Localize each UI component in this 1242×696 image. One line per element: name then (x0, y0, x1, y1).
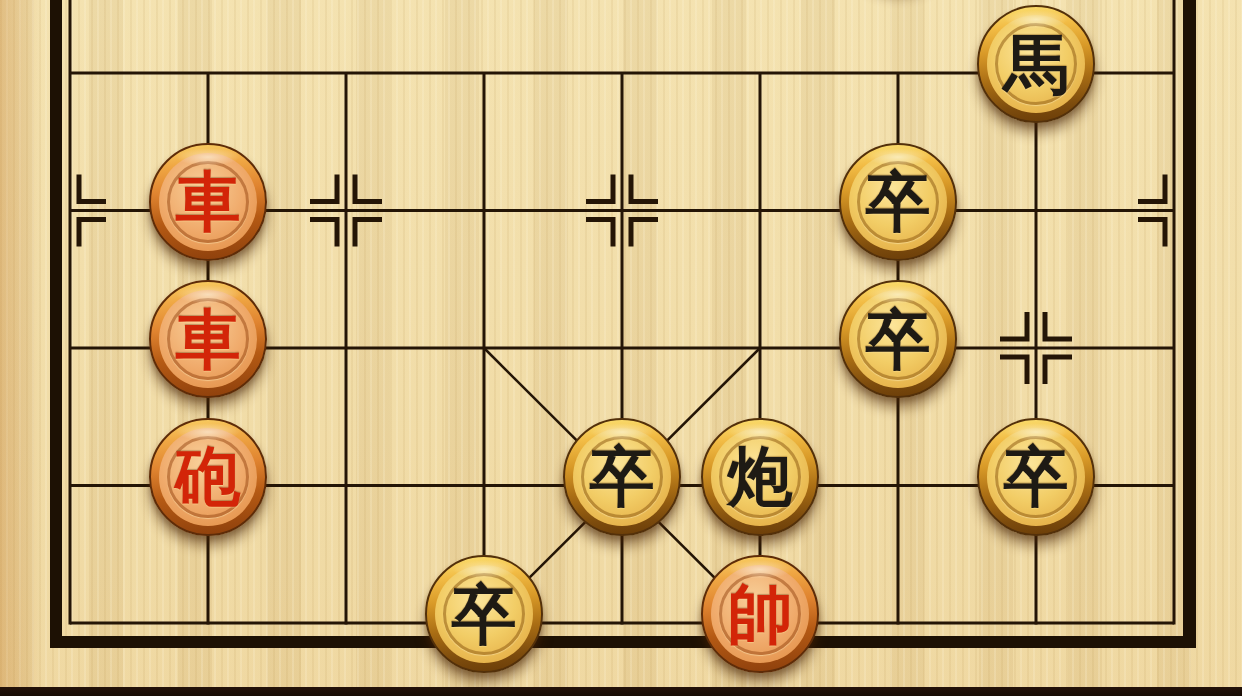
piece-character: 卒 (866, 169, 931, 234)
piece-black-soldier[interactable]: 卒 (563, 418, 681, 536)
piece-red-chariot[interactable]: 車 (149, 143, 267, 261)
piece-character: 卒 (590, 444, 655, 509)
piece-character: 卒 (1004, 444, 1069, 509)
piece-red-cannon[interactable]: 砲 (149, 418, 267, 536)
piece-black-soldier[interactable]: 卒 (839, 143, 957, 261)
piece-black-soldier[interactable]: 卒 (977, 418, 1095, 536)
piece-red-chariot[interactable]: 車 (149, 280, 267, 398)
piece-character: 炮 (728, 444, 793, 509)
piece-character: 卒 (866, 307, 931, 372)
piece-black-cannon[interactable]: 炮 (701, 418, 819, 536)
piece-red-general[interactable]: 帥 (701, 555, 819, 673)
piece-character: 車 (176, 307, 241, 372)
piece-character: 帥 (728, 582, 793, 647)
piece-black-soldier[interactable]: 卒 (425, 555, 543, 673)
piece-black-horse[interactable]: 馬 (977, 5, 1095, 123)
piece-character: 馬 (1004, 32, 1069, 97)
piece-character: 車 (176, 169, 241, 234)
piece-character: 卒 (452, 582, 517, 647)
piece-black-soldier[interactable]: 卒 (839, 280, 957, 398)
xiangqi-board[interactable]: 馬車卒車卒砲卒炮卒卒帥 (0, 0, 1242, 696)
board-bottom-edge (0, 687, 1242, 696)
piece-character: 砲 (176, 444, 241, 509)
